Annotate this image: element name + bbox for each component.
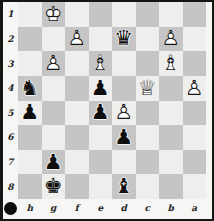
square-e4: ♟ [89,76,113,101]
square-c2 [136,27,160,52]
white-bishop: ♝♗ [159,52,182,76]
file-label-c: c [136,200,160,216]
black-pawn-glyph: ♟ [42,150,65,174]
square-a8 [183,174,207,199]
white-pawn-outline: ♙ [159,27,182,51]
square-a1 [183,2,207,27]
rank-labels: 12345678 [3,2,18,199]
square-e3: ♝♗ [89,51,113,76]
square-b6 [159,125,183,150]
white-pawn: ♟♙ [159,27,182,51]
white-king-outline: ♔ [42,2,65,26]
black-pawn-glyph: ♟ [112,125,135,149]
square-e2 [89,27,113,52]
white-pawn-outline: ♙ [183,76,206,100]
square-c6 [136,125,160,150]
square-h3 [18,51,42,76]
rank-label-5: 5 [3,101,18,126]
black-pawn-glyph: ♟ [18,101,41,125]
rank-label-1: 1 [3,2,18,27]
black-pawn: ♟ [112,125,135,149]
square-c4: ♛♕ [136,76,160,101]
square-c3 [136,51,160,76]
white-pawn: ♟♙ [183,76,206,100]
square-e6 [89,125,113,150]
file-label-g: g [42,200,66,216]
file-label-b: b [159,200,183,216]
square-h2 [18,27,42,52]
black-pawn: ♟ [89,101,112,125]
rank-label-3: 3 [3,51,18,76]
file-label-f: f [65,200,89,216]
square-h4: ♞ [18,76,42,101]
white-pawn-outline: ♙ [112,101,135,125]
white-pawn-outline: ♙ [42,52,65,76]
square-g1: ♚♔ [42,2,66,27]
black-to-move-indicator [4,202,17,215]
rank-label-2: 2 [3,27,18,52]
black-pawn: ♟ [42,150,65,174]
white-bishop: ♝♗ [89,52,112,76]
square-e7 [89,150,113,175]
square-d7 [112,150,136,175]
square-c8 [136,174,160,199]
square-h1 [18,2,42,27]
white-queen: ♛♕ [136,76,159,100]
file-label-a: a [183,200,207,216]
square-a4: ♟♙ [183,76,207,101]
square-h6 [18,125,42,150]
black-knight: ♞ [18,76,41,100]
square-g3: ♟♙ [42,51,66,76]
file-label-d: d [112,200,136,216]
black-bishop: ♝ [112,175,135,199]
black-king-glyph: ♚ [42,175,65,199]
black-pawn-glyph: ♟ [89,101,112,125]
square-d2: ♛ [112,27,136,52]
file-labels: hgfedcba [18,200,206,216]
black-bishop-glyph: ♝ [112,175,135,199]
white-pawn: ♟♙ [112,101,135,125]
square-d6: ♟ [112,125,136,150]
square-f1 [65,2,89,27]
square-c1 [136,2,160,27]
square-g6 [42,125,66,150]
square-g4 [42,76,66,101]
square-h7 [18,150,42,175]
square-a5 [183,101,207,126]
square-d8: ♝ [112,174,136,199]
square-h8 [18,174,42,199]
square-f7 [65,150,89,175]
white-queen-outline: ♕ [136,76,159,100]
square-b8 [159,174,183,199]
black-queen: ♛ [112,27,135,51]
square-h5: ♟ [18,101,42,126]
square-d4 [112,76,136,101]
white-pawn: ♟♙ [65,27,88,51]
square-b3: ♝♗ [159,51,183,76]
square-b2: ♟♙ [159,27,183,52]
black-pawn: ♟ [18,101,41,125]
black-knight-glyph: ♞ [18,76,41,100]
white-pawn: ♟♙ [42,52,65,76]
square-c5 [136,101,160,126]
square-e5: ♟ [89,101,113,126]
square-d5: ♟♙ [112,101,136,126]
square-e1 [89,2,113,27]
square-a7 [183,150,207,175]
black-pawn: ♟ [89,76,112,100]
square-g7: ♟ [42,150,66,175]
square-e8 [89,174,113,199]
rank-label-4: 4 [3,76,18,101]
square-b4 [159,76,183,101]
white-bishop-outline: ♗ [89,52,112,76]
square-f3 [65,51,89,76]
rank-label-8: 8 [3,174,18,199]
square-g5 [42,101,66,126]
file-label-e: e [89,200,113,216]
file-label-h: h [18,200,42,216]
square-a6 [183,125,207,150]
square-c7 [136,150,160,175]
rank-label-7: 7 [3,150,18,175]
chess-board: ♚♔♟♙♛♟♙♟♙♝♗♝♗♞♟♛♕♟♙♟♟♟♙♟♟♚♝ [18,2,206,199]
square-a3 [183,51,207,76]
square-f8 [65,174,89,199]
square-f2: ♟♙ [65,27,89,52]
square-d1 [112,2,136,27]
black-queen-glyph: ♛ [112,27,135,51]
square-g2 [42,27,66,52]
square-g8: ♚ [42,174,66,199]
black-king: ♚ [42,175,65,199]
square-a2 [183,27,207,52]
square-d3 [112,51,136,76]
square-f6 [65,125,89,150]
white-king: ♚♔ [42,2,65,26]
square-b5 [159,101,183,126]
white-bishop-outline: ♗ [159,52,182,76]
square-f4 [65,76,89,101]
square-b7 [159,150,183,175]
square-f5 [65,101,89,126]
rank-label-6: 6 [3,125,18,150]
black-pawn-glyph: ♟ [89,76,112,100]
chess-diagram: 12345678 ♚♔♟♙♛♟♙♟♙♝♗♝♗♞♟♛♕♟♙♟♟♟♙♟♟♚♝ hgf… [0,0,214,221]
white-pawn-outline: ♙ [65,27,88,51]
square-b1 [159,2,183,27]
